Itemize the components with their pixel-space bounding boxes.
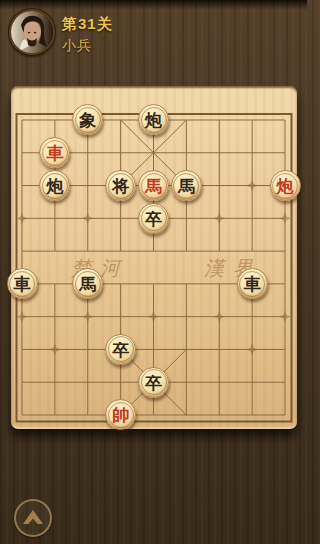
expand-up-button[interactable] [14,499,52,537]
piece-character: 卒 [145,374,162,391]
piece-black-卒[interactable]: 卒 [138,367,169,398]
piece-black-馬[interactable]: 馬 [72,268,103,299]
piece-red-馬[interactable]: 馬 [138,170,169,201]
piece-black-卒[interactable]: 卒 [138,203,169,234]
piece-character: 卒 [112,341,129,358]
piece-red-帥[interactable]: 帥 [105,399,136,430]
chevron-up-icon [18,503,48,533]
header: 第31关 小兵 [0,0,307,70]
piece-character: 炮 [145,112,162,129]
piece-black-車[interactable]: 車 [237,268,268,299]
piece-character: 炮 [46,178,63,195]
piece-black-将[interactable]: 将 [105,170,136,201]
piece-black-象[interactable]: 象 [72,104,103,135]
piece-character: 車 [14,276,31,293]
piece-black-卒[interactable]: 卒 [105,334,136,365]
piece-character: 馬 [79,276,96,293]
piece-character: 炮 [277,178,294,195]
piece-character: 帥 [112,407,129,424]
piece-black-馬[interactable]: 馬 [171,170,202,201]
piece-character: 卒 [145,210,162,227]
avatar-portrait-icon [11,11,53,53]
piece-character: 象 [79,112,96,129]
piece-character: 馬 [145,178,162,195]
piece-red-車[interactable]: 車 [39,137,70,168]
pieces-grid: 象炮車炮将馬馬炮卒車馬車卒卒帥 [6,104,302,432]
piece-character: 馬 [178,178,195,195]
xiangqi-board[interactable]: 楚河漢界 象炮車炮将馬馬炮卒車馬車卒卒帥 [11,86,297,429]
piece-red-炮[interactable]: 炮 [270,170,301,201]
piece-black-車[interactable]: 車 [7,268,38,299]
opponent-label: 小兵 [62,37,92,55]
piece-character: 車 [46,145,63,162]
avatar[interactable] [9,9,55,55]
piece-character: 将 [112,178,129,195]
piece-character: 車 [244,276,261,293]
level-label: 第31关 [62,15,113,34]
piece-black-炮[interactable]: 炮 [39,170,70,201]
piece-black-炮[interactable]: 炮 [138,104,169,135]
